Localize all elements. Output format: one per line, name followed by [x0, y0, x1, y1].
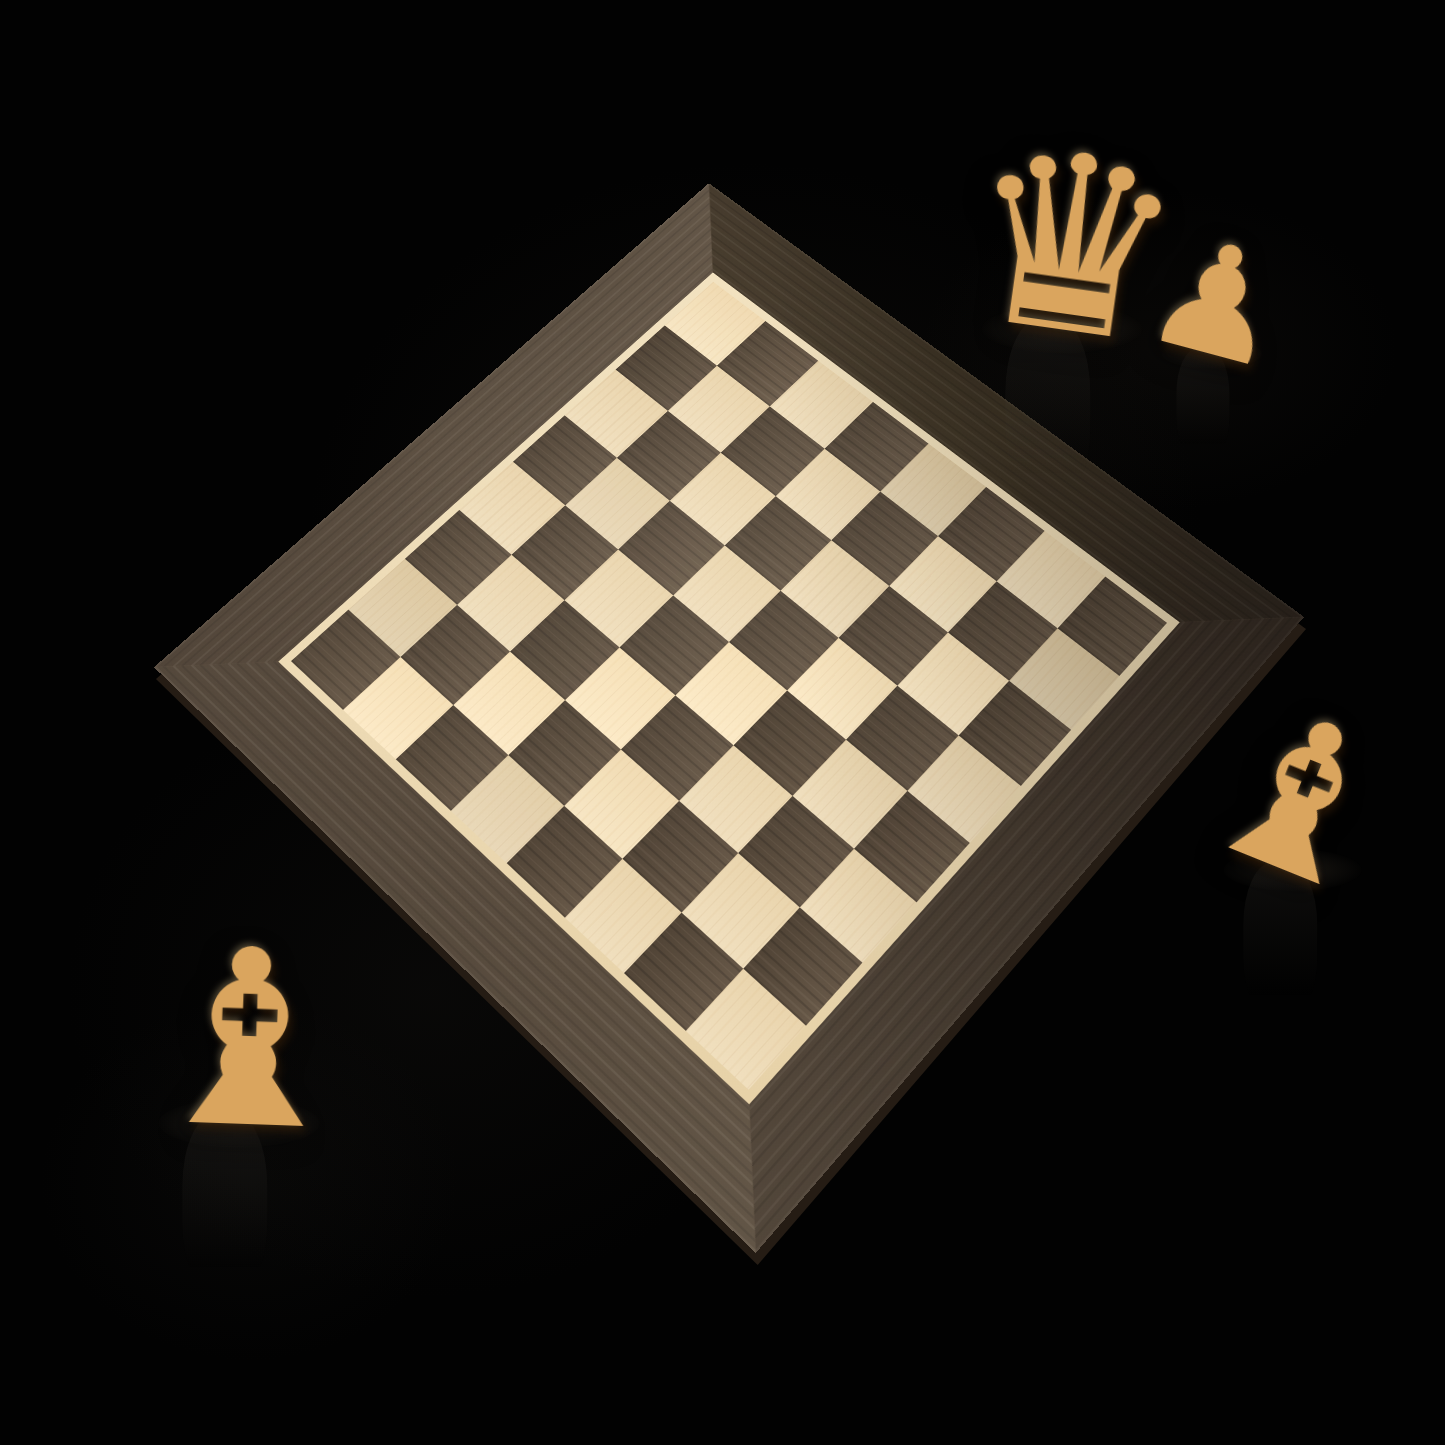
scene: ♛♟♝♝ — [0, 0, 1445, 1445]
white-bishop-left: ♝ — [135, 914, 362, 1165]
